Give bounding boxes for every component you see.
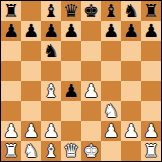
square-f5[interactable]	[101, 61, 121, 81]
white-bishop[interactable]: ♝	[43, 81, 59, 101]
square-g3[interactable]	[121, 101, 141, 121]
square-a2[interactable]: ♟	[1, 121, 21, 141]
black-pawn[interactable]: ♟	[143, 21, 159, 41]
square-e2[interactable]	[81, 121, 101, 141]
black-queen[interactable]: ♛	[63, 1, 79, 21]
square-c5[interactable]	[41, 61, 61, 81]
white-rook[interactable]: ♜	[3, 141, 19, 161]
square-e5[interactable]	[81, 61, 101, 81]
square-b6[interactable]	[21, 41, 41, 61]
square-g7[interactable]: ♟	[121, 21, 141, 41]
square-d6[interactable]	[61, 41, 81, 61]
square-f1[interactable]	[101, 141, 121, 161]
black-bishop[interactable]: ♝	[43, 1, 59, 21]
square-b3[interactable]	[21, 101, 41, 121]
square-d7[interactable]: ♟	[61, 21, 81, 41]
square-f7[interactable]: ♟	[101, 21, 121, 41]
square-a6[interactable]	[1, 41, 21, 61]
square-h7[interactable]: ♟	[141, 21, 161, 41]
square-c2[interactable]: ♟	[41, 121, 61, 141]
board-grid: ♜♝♛♚♝♞♜♟♟♟♟♟♟♟♞♝♟♟♞♟♟♟♟♟♟♜♞♝♛♚♜	[1, 1, 161, 161]
square-g8[interactable]: ♞	[121, 1, 141, 21]
square-g4[interactable]	[121, 81, 141, 101]
square-h8[interactable]: ♜	[141, 1, 161, 21]
square-g2[interactable]: ♟	[121, 121, 141, 141]
black-pawn[interactable]: ♟	[3, 21, 19, 41]
white-pawn[interactable]: ♟	[23, 121, 39, 141]
square-b1[interactable]: ♞	[21, 141, 41, 161]
square-h1[interactable]: ♜	[141, 141, 161, 161]
white-bishop[interactable]: ♝	[43, 141, 59, 161]
square-h2[interactable]: ♟	[141, 121, 161, 141]
square-a3[interactable]	[1, 101, 21, 121]
white-pawn[interactable]: ♟	[123, 121, 139, 141]
square-b5[interactable]	[21, 61, 41, 81]
square-f4[interactable]	[101, 81, 121, 101]
square-c4[interactable]: ♝	[41, 81, 61, 101]
square-c1[interactable]: ♝	[41, 141, 61, 161]
square-c6[interactable]: ♞	[41, 41, 61, 61]
square-f8[interactable]: ♝	[101, 1, 121, 21]
black-knight[interactable]: ♞	[43, 41, 59, 61]
square-c7[interactable]: ♟	[41, 21, 61, 41]
square-g5[interactable]	[121, 61, 141, 81]
square-h4[interactable]	[141, 81, 161, 101]
black-rook[interactable]: ♜	[3, 1, 19, 21]
square-f2[interactable]: ♟	[101, 121, 121, 141]
white-rook[interactable]: ♜	[143, 141, 159, 161]
black-pawn[interactable]: ♟	[63, 81, 79, 101]
white-pawn[interactable]: ♟	[3, 121, 19, 141]
square-a4[interactable]	[1, 81, 21, 101]
square-e1[interactable]: ♚	[81, 141, 101, 161]
black-king[interactable]: ♚	[83, 1, 99, 21]
square-a7[interactable]: ♟	[1, 21, 21, 41]
square-d5[interactable]	[61, 61, 81, 81]
white-pawn[interactable]: ♟	[43, 121, 59, 141]
square-e6[interactable]	[81, 41, 101, 61]
square-d4[interactable]: ♟	[61, 81, 81, 101]
white-king[interactable]: ♚	[83, 141, 99, 161]
square-c3[interactable]	[41, 101, 61, 121]
black-bishop[interactable]: ♝	[103, 1, 119, 21]
square-h3[interactable]	[141, 101, 161, 121]
square-f3[interactable]: ♞	[101, 101, 121, 121]
white-knight[interactable]: ♞	[23, 141, 39, 161]
square-d3[interactable]	[61, 101, 81, 121]
white-pawn[interactable]: ♟	[103, 121, 119, 141]
square-a1[interactable]: ♜	[1, 141, 21, 161]
square-d8[interactable]: ♛	[61, 1, 81, 21]
square-b2[interactable]: ♟	[21, 121, 41, 141]
square-e4[interactable]: ♟	[81, 81, 101, 101]
black-pawn[interactable]: ♟	[23, 21, 39, 41]
square-e7[interactable]	[81, 21, 101, 41]
square-f6[interactable]	[101, 41, 121, 61]
square-b7[interactable]: ♟	[21, 21, 41, 41]
square-g1[interactable]	[121, 141, 141, 161]
square-c8[interactable]: ♝	[41, 1, 61, 21]
white-queen[interactable]: ♛	[63, 141, 79, 161]
square-e8[interactable]: ♚	[81, 1, 101, 21]
square-d1[interactable]: ♛	[61, 141, 81, 161]
square-h6[interactable]	[141, 41, 161, 61]
square-a5[interactable]	[1, 61, 21, 81]
black-knight[interactable]: ♞	[123, 1, 139, 21]
square-b8[interactable]	[21, 1, 41, 21]
white-pawn[interactable]: ♟	[143, 121, 159, 141]
white-knight[interactable]: ♞	[103, 101, 119, 121]
black-pawn[interactable]: ♟	[63, 21, 79, 41]
chess-board: ♜♝♛♚♝♞♜♟♟♟♟♟♟♟♞♝♟♟♞♟♟♟♟♟♟♜♞♝♛♚♜	[0, 0, 162, 162]
square-a8[interactable]: ♜	[1, 1, 21, 21]
black-pawn[interactable]: ♟	[123, 21, 139, 41]
black-rook[interactable]: ♜	[143, 1, 159, 21]
black-pawn[interactable]: ♟	[103, 21, 119, 41]
square-b4[interactable]	[21, 81, 41, 101]
black-pawn[interactable]: ♟	[43, 21, 59, 41]
square-g6[interactable]	[121, 41, 141, 61]
square-e3[interactable]	[81, 101, 101, 121]
square-h5[interactable]	[141, 61, 161, 81]
square-d2[interactable]	[61, 121, 81, 141]
white-pawn[interactable]: ♟	[83, 81, 99, 101]
